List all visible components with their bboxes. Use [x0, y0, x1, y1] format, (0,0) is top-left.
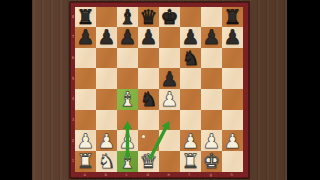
square-a8[interactable]: ♜: [75, 7, 96, 28]
square-c3[interactable]: [117, 110, 138, 131]
coord-file-g: g: [210, 173, 213, 178]
square-b8[interactable]: [96, 7, 117, 28]
piece-black-king: ♚: [161, 7, 179, 27]
piece-black-pawn: ♟: [161, 69, 179, 89]
square-f8[interactable]: [180, 7, 201, 28]
coord-rank-3: 3: [71, 118, 75, 122]
square-g1[interactable]: ♚: [201, 151, 222, 172]
square-f1[interactable]: ♜: [180, 151, 201, 172]
piece-black-knight: ♞: [140, 89, 158, 109]
square-a5[interactable]: [75, 68, 96, 89]
square-f7[interactable]: ♟: [180, 27, 201, 48]
square-e6[interactable]: [159, 48, 180, 69]
square-b1[interactable]: ♞: [96, 151, 117, 172]
square-g7[interactable]: ♟: [201, 27, 222, 48]
square-f6[interactable]: ♞: [180, 48, 201, 69]
square-g3[interactable]: [201, 110, 222, 131]
coord-file-f: f: [189, 173, 190, 178]
coord-rank-4: 4: [71, 97, 75, 101]
square-b4[interactable]: [96, 89, 117, 110]
piece-black-pawn: ♟: [203, 27, 221, 47]
square-a7[interactable]: ♟: [75, 27, 96, 48]
square-c8[interactable]: ♝: [117, 7, 138, 28]
square-c1[interactable]: ♝: [117, 151, 138, 172]
piece-white-pawn: ♟: [161, 89, 179, 109]
piece-black-pawn: ♟: [77, 27, 95, 47]
piece-black-pawn: ♟: [140, 27, 158, 47]
letterbox-left: [0, 0, 32, 180]
coord-rank-1: 1: [71, 159, 75, 163]
piece-white-queen: ♛: [140, 151, 158, 171]
square-b5[interactable]: [96, 68, 117, 89]
square-a3[interactable]: [75, 110, 96, 131]
piece-black-bishop: ♝: [119, 7, 137, 27]
square-g8[interactable]: [201, 7, 222, 28]
piece-white-pawn: ♟: [77, 131, 95, 151]
square-f5[interactable]: [180, 68, 201, 89]
piece-black-rook: ♜: [77, 7, 95, 27]
square-c7[interactable]: ♟: [117, 27, 138, 48]
square-b2[interactable]: ♟: [96, 130, 117, 151]
square-e3[interactable]: [159, 110, 180, 131]
piece-white-knight: ♞: [98, 151, 116, 171]
square-h7[interactable]: ♟: [222, 27, 243, 48]
square-d2[interactable]: [138, 130, 159, 151]
piece-white-bishop: ♝: [119, 89, 137, 109]
square-a1[interactable]: ♜: [75, 151, 96, 172]
coord-file-a: a: [84, 173, 86, 178]
piece-black-pawn: ♟: [119, 27, 137, 47]
square-e8[interactable]: ♚: [159, 7, 180, 28]
coord-file-e: e: [168, 173, 170, 178]
coord-rank-8: 8: [71, 15, 75, 19]
letterbox-right: [287, 0, 320, 180]
chess-board-frame: ♜♝♛♚♜♟♟♟♟♟♟♟♞♟♝♞♟♟♟♟♟♟♟♜♞♝♛♜♚ 87654321ab…: [70, 2, 249, 178]
square-h2[interactable]: ♟: [222, 130, 243, 151]
square-c2[interactable]: ♟: [117, 130, 138, 151]
square-h4[interactable]: [222, 89, 243, 110]
square-c5[interactable]: [117, 68, 138, 89]
coord-rank-5: 5: [71, 77, 75, 81]
piece-black-queen: ♛: [140, 7, 158, 27]
coord-rank-7: 7: [71, 35, 75, 39]
piece-white-king: ♚: [203, 151, 221, 171]
piece-black-pawn: ♟: [224, 27, 242, 47]
piece-white-pawn: ♟: [182, 131, 200, 151]
piece-white-rook: ♜: [182, 151, 200, 171]
piece-white-pawn: ♟: [203, 131, 221, 151]
piece-black-pawn: ♟: [182, 27, 200, 47]
piece-white-bishop: ♝: [119, 151, 137, 171]
square-f4[interactable]: [180, 89, 201, 110]
square-f3[interactable]: [180, 110, 201, 131]
square-a6[interactable]: [75, 48, 96, 69]
piece-white-pawn: ♟: [98, 131, 116, 151]
square-b6[interactable]: [96, 48, 117, 69]
square-e2[interactable]: [159, 130, 180, 151]
piece-white-pawn: ♟: [119, 131, 137, 151]
square-c6[interactable]: [117, 48, 138, 69]
square-d8[interactable]: ♛: [138, 7, 159, 28]
square-d7[interactable]: ♟: [138, 27, 159, 48]
piece-white-pawn: ♟: [224, 131, 242, 151]
square-h6[interactable]: [222, 48, 243, 69]
square-d6[interactable]: [138, 48, 159, 69]
square-g4[interactable]: [201, 89, 222, 110]
square-c4[interactable]: ♝: [117, 89, 138, 110]
cursor-dot: [142, 135, 145, 138]
coord-file-b: b: [105, 173, 108, 178]
square-e5[interactable]: ♟: [159, 68, 180, 89]
chess-board[interactable]: ♜♝♛♚♜♟♟♟♟♟♟♟♞♟♝♞♟♟♟♟♟♟♟♜♞♝♛♜♚ 87654321ab…: [75, 7, 243, 172]
piece-white-rook: ♜: [77, 151, 95, 171]
piece-black-pawn: ♟: [98, 27, 116, 47]
square-b7[interactable]: ♟: [96, 27, 117, 48]
square-h5[interactable]: [222, 68, 243, 89]
square-h3[interactable]: [222, 110, 243, 131]
piece-black-rook: ♜: [224, 7, 242, 27]
coord-file-d: d: [147, 173, 150, 178]
square-d5[interactable]: [138, 68, 159, 89]
square-d1[interactable]: ♛: [138, 151, 159, 172]
square-d3[interactable]: [138, 110, 159, 131]
piece-black-knight: ♞: [182, 48, 200, 68]
square-g6[interactable]: [201, 48, 222, 69]
square-e7[interactable]: [159, 27, 180, 48]
square-a4[interactable]: [75, 89, 96, 110]
coord-rank-2: 2: [71, 139, 75, 143]
square-e1[interactable]: [159, 151, 180, 172]
square-f2[interactable]: ♟: [180, 130, 201, 151]
coord-rank-6: 6: [71, 56, 75, 60]
board-grid: ♜♝♛♚♜♟♟♟♟♟♟♟♞♟♝♞♟♟♟♟♟♟♟♜♞♝♛♜♚: [75, 7, 243, 172]
square-g2[interactable]: ♟: [201, 130, 222, 151]
square-b3[interactable]: [96, 110, 117, 131]
square-h8[interactable]: ♜: [222, 7, 243, 28]
square-h1[interactable]: [222, 151, 243, 172]
square-a2[interactable]: ♟: [75, 130, 96, 151]
square-d4[interactable]: ♞: [138, 89, 159, 110]
coord-file-h: h: [231, 173, 234, 178]
square-e4[interactable]: ♟: [159, 89, 180, 110]
coord-file-c: c: [126, 173, 128, 178]
square-g5[interactable]: [201, 68, 222, 89]
screenshot-stage: ♜♝♛♚♜♟♟♟♟♟♟♟♞♟♝♞♟♟♟♟♟♟♟♜♞♝♛♜♚ 87654321ab…: [0, 0, 320, 180]
